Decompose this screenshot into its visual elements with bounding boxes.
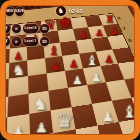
undo-button-top[interactable]: ↺ (1, 24, 10, 33)
app-screenshot: ♜♛♚♜♟♝♟♟♟♟♝♞♟♟♝♟♟♟♞♟♟♟♛♟♝♟♚♜ ABCDEFGH 12… (0, 0, 140, 140)
back-button-top[interactable]: « (12, 24, 21, 33)
level-button-bottom[interactable]: Level 1 (23, 37, 38, 46)
level-button-top[interactable]: Level 8 (23, 24, 38, 33)
last-move-text: b2-b3 (69, 8, 82, 14)
hud: NEW SAVE ♞ b2-b3 ↺ « Level 8 3D ↺ « Leve… (0, 0, 140, 140)
save-game-button[interactable]: SAVE (15, 7, 24, 16)
view-3d-button-top[interactable]: 3D (40, 24, 49, 33)
knight-icon: ♞ (56, 6, 66, 16)
back-button-bottom[interactable]: « (12, 37, 21, 46)
view-3d-button-bottom[interactable]: 3D (40, 37, 49, 46)
new-game-button[interactable]: NEW (5, 7, 14, 16)
undo-button-bottom[interactable]: ↺ (1, 37, 10, 46)
